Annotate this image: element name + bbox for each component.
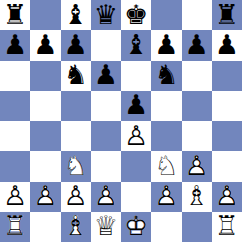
white-pawn-piece: ♟♙ <box>185 152 209 179</box>
square-b4[interactable] <box>30 121 60 151</box>
square-f5[interactable] <box>151 91 181 121</box>
square-b2[interactable]: ♟♙ <box>30 182 60 212</box>
black-pawn-piece: ♟ <box>94 61 118 88</box>
square-c3[interactable]: ♞♘ <box>61 151 91 181</box>
square-g4[interactable] <box>182 121 212 151</box>
white-pawn-piece: ♟♙ <box>154 182 178 209</box>
square-g3[interactable]: ♟♙ <box>182 151 212 181</box>
square-c6[interactable]: ♞ <box>61 61 91 91</box>
square-b8[interactable] <box>30 0 60 30</box>
square-d2[interactable]: ♟♙ <box>91 182 121 212</box>
black-queen-piece: ♛ <box>94 1 118 28</box>
black-pawn-piece: ♟ <box>124 91 148 118</box>
square-c4[interactable] <box>61 121 91 151</box>
square-f6[interactable]: ♞ <box>151 61 181 91</box>
square-e2[interactable] <box>121 182 151 212</box>
black-bishop-piece: ♝ <box>124 31 148 58</box>
square-h1[interactable]: ♜♖ <box>212 212 242 242</box>
square-e5[interactable]: ♟ <box>121 91 151 121</box>
white-bishop-piece: ♝♗ <box>64 212 88 239</box>
square-f2[interactable]: ♟♙ <box>151 182 181 212</box>
black-knight-piece: ♞ <box>64 61 88 88</box>
square-a2[interactable]: ♟♙ <box>0 182 30 212</box>
white-rook-piece: ♜♖ <box>215 212 239 239</box>
square-g2[interactable]: ♝♗ <box>182 182 212 212</box>
square-g8[interactable] <box>182 0 212 30</box>
white-pawn-piece: ♟♙ <box>215 182 239 209</box>
black-king-piece: ♚ <box>124 1 148 28</box>
square-g6[interactable] <box>182 61 212 91</box>
square-b6[interactable] <box>30 61 60 91</box>
chess-board: ♜♝♛♚♜♟♟♟♝♟♟♟♞♟♞♟♟♙♞♘♞♘♟♙♟♙♟♙♟♙♟♙♟♙♝♗♟♙♜♖… <box>0 0 242 242</box>
black-rook-piece: ♜ <box>215 1 239 28</box>
square-d4[interactable] <box>91 121 121 151</box>
square-a6[interactable] <box>0 61 30 91</box>
square-c1[interactable]: ♝♗ <box>61 212 91 242</box>
square-f1[interactable] <box>151 212 181 242</box>
square-h3[interactable] <box>212 151 242 181</box>
square-e8[interactable]: ♚ <box>121 0 151 30</box>
white-rook-piece: ♜♖ <box>3 212 27 239</box>
square-d1[interactable]: ♛♕ <box>91 212 121 242</box>
white-king-piece: ♚♔ <box>124 212 148 239</box>
square-e1[interactable]: ♚♔ <box>121 212 151 242</box>
square-c8[interactable]: ♝ <box>61 0 91 30</box>
square-f8[interactable] <box>151 0 181 30</box>
square-h6[interactable] <box>212 61 242 91</box>
square-b3[interactable] <box>30 151 60 181</box>
square-a4[interactable] <box>0 121 30 151</box>
square-c7[interactable]: ♟ <box>61 30 91 60</box>
square-f7[interactable]: ♟ <box>151 30 181 60</box>
white-pawn-piece: ♟♙ <box>94 182 118 209</box>
black-pawn-piece: ♟ <box>185 31 209 58</box>
square-h8[interactable]: ♜ <box>212 0 242 30</box>
black-rook-piece: ♜ <box>3 1 27 28</box>
black-bishop-piece: ♝ <box>64 1 88 28</box>
white-knight-piece: ♞♘ <box>154 152 178 179</box>
square-e6[interactable] <box>121 61 151 91</box>
square-b1[interactable] <box>30 212 60 242</box>
square-d5[interactable] <box>91 91 121 121</box>
square-h2[interactable]: ♟♙ <box>212 182 242 212</box>
square-d7[interactable] <box>91 30 121 60</box>
black-pawn-piece: ♟ <box>154 31 178 58</box>
square-g1[interactable] <box>182 212 212 242</box>
square-a7[interactable]: ♟ <box>0 30 30 60</box>
square-a1[interactable]: ♜♖ <box>0 212 30 242</box>
square-b7[interactable]: ♟ <box>30 30 60 60</box>
square-h5[interactable] <box>212 91 242 121</box>
square-b5[interactable] <box>30 91 60 121</box>
square-e3[interactable] <box>121 151 151 181</box>
black-pawn-piece: ♟ <box>64 31 88 58</box>
black-pawn-piece: ♟ <box>33 31 57 58</box>
white-bishop-piece: ♝♗ <box>185 182 209 209</box>
square-f4[interactable] <box>151 121 181 151</box>
square-g7[interactable]: ♟ <box>182 30 212 60</box>
white-queen-piece: ♛♕ <box>94 212 118 239</box>
black-pawn-piece: ♟ <box>3 31 27 58</box>
square-a5[interactable] <box>0 91 30 121</box>
square-g5[interactable] <box>182 91 212 121</box>
chess-board-container: ♜♝♛♚♜♟♟♟♝♟♟♟♞♟♞♟♟♙♞♘♞♘♟♙♟♙♟♙♟♙♟♙♟♙♝♗♟♙♜♖… <box>0 0 242 242</box>
square-e4[interactable]: ♟♙ <box>121 121 151 151</box>
square-a8[interactable]: ♜ <box>0 0 30 30</box>
square-d3[interactable] <box>91 151 121 181</box>
square-c5[interactable] <box>61 91 91 121</box>
white-pawn-piece: ♟♙ <box>33 182 57 209</box>
square-f3[interactable]: ♞♘ <box>151 151 181 181</box>
square-c2[interactable]: ♟♙ <box>61 182 91 212</box>
square-h7[interactable]: ♟ <box>212 30 242 60</box>
white-pawn-piece: ♟♙ <box>64 182 88 209</box>
white-pawn-piece: ♟♙ <box>3 182 27 209</box>
square-d8[interactable]: ♛ <box>91 0 121 30</box>
square-e7[interactable]: ♝ <box>121 30 151 60</box>
black-pawn-piece: ♟ <box>215 31 239 58</box>
black-knight-piece: ♞ <box>154 61 178 88</box>
square-h4[interactable] <box>212 121 242 151</box>
square-d6[interactable]: ♟ <box>91 61 121 91</box>
white-knight-piece: ♞♘ <box>64 152 88 179</box>
white-pawn-piece: ♟♙ <box>124 122 148 149</box>
square-a3[interactable] <box>0 151 30 181</box>
